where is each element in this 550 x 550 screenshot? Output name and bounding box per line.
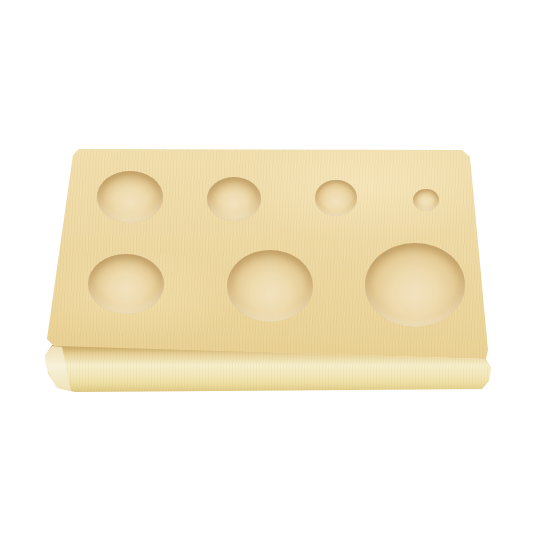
pit-r2-c3[interactable] bbox=[365, 243, 465, 327]
wooden-pit-board bbox=[0, 0, 550, 550]
pit-r2-c1[interactable] bbox=[88, 254, 164, 314]
scene bbox=[0, 0, 550, 550]
pit-r1-c2[interactable] bbox=[207, 177, 261, 221]
pits-layer bbox=[0, 0, 550, 550]
pit-r1-c3[interactable] bbox=[315, 180, 357, 216]
pit-r2-c2[interactable] bbox=[227, 250, 313, 322]
pit-r1-c4[interactable] bbox=[413, 189, 439, 211]
pit-r1-c1[interactable] bbox=[97, 171, 163, 223]
